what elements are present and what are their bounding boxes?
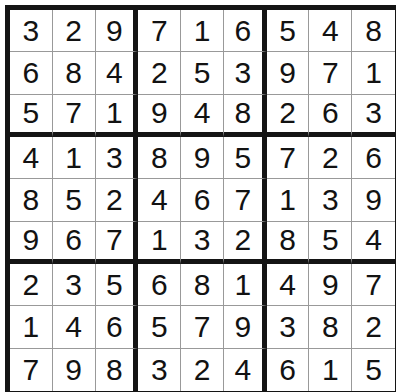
cell-r6c4[interactable]: 1 [138, 222, 181, 264]
cell-r9c4[interactable]: 3 [138, 349, 181, 391]
cell-r5c1[interactable]: 8 [10, 179, 53, 221]
cell-r8c1[interactable]: 1 [10, 306, 53, 348]
cell-r9c9[interactable]: 5 [352, 349, 395, 391]
cell-r3c9[interactable]: 3 [352, 95, 395, 137]
cell-r9c6[interactable]: 4 [224, 349, 267, 391]
cell-r1c9[interactable]: 8 [352, 10, 395, 52]
cell-r3c2[interactable]: 7 [53, 95, 96, 137]
cell-r5c5[interactable]: 6 [181, 179, 224, 221]
cell-r7c8[interactable]: 9 [309, 264, 352, 306]
cell-r8c4[interactable]: 5 [138, 306, 181, 348]
cell-r3c5[interactable]: 4 [181, 95, 224, 137]
cell-r7c1[interactable]: 2 [10, 264, 53, 306]
cell-r5c7[interactable]: 1 [267, 179, 310, 221]
cell-r2c7[interactable]: 9 [267, 52, 310, 94]
cell-r4c6[interactable]: 5 [224, 137, 267, 179]
cell-r4c3[interactable]: 3 [96, 137, 139, 179]
cell-r5c4[interactable]: 4 [138, 179, 181, 221]
cell-r7c3[interactable]: 5 [96, 264, 139, 306]
cell-r1c4[interactable]: 7 [138, 10, 181, 52]
cell-r8c6[interactable]: 9 [224, 306, 267, 348]
cell-r8c3[interactable]: 6 [96, 306, 139, 348]
cell-r6c5[interactable]: 3 [181, 222, 224, 264]
cell-r8c2[interactable]: 4 [53, 306, 96, 348]
cell-r6c2[interactable]: 6 [53, 222, 96, 264]
cell-r7c6[interactable]: 1 [224, 264, 267, 306]
cell-r1c5[interactable]: 1 [181, 10, 224, 52]
cell-r6c8[interactable]: 5 [309, 222, 352, 264]
cell-r3c4[interactable]: 9 [138, 95, 181, 137]
cell-r3c6[interactable]: 8 [224, 95, 267, 137]
cell-r9c8[interactable]: 1 [309, 349, 352, 391]
cell-r2c6[interactable]: 3 [224, 52, 267, 94]
cell-r6c9[interactable]: 4 [352, 222, 395, 264]
cell-r9c1[interactable]: 7 [10, 349, 53, 391]
cell-r9c7[interactable]: 6 [267, 349, 310, 391]
page: 3297165486842539715719482634138957268524… [0, 0, 396, 392]
cell-r8c7[interactable]: 3 [267, 306, 310, 348]
cell-r6c1[interactable]: 9 [10, 222, 53, 264]
cell-r4c2[interactable]: 1 [53, 137, 96, 179]
cell-r2c5[interactable]: 5 [181, 52, 224, 94]
cell-r6c7[interactable]: 8 [267, 222, 310, 264]
cell-r6c3[interactable]: 7 [96, 222, 139, 264]
cell-r9c2[interactable]: 9 [53, 349, 96, 391]
cell-r1c2[interactable]: 2 [53, 10, 96, 52]
cell-r9c5[interactable]: 2 [181, 349, 224, 391]
cell-r4c1[interactable]: 4 [10, 137, 53, 179]
cell-r8c8[interactable]: 8 [309, 306, 352, 348]
cell-r4c5[interactable]: 9 [181, 137, 224, 179]
cell-r5c2[interactable]: 5 [53, 179, 96, 221]
cell-r2c9[interactable]: 1 [352, 52, 395, 94]
cell-r1c3[interactable]: 9 [96, 10, 139, 52]
cell-r1c7[interactable]: 5 [267, 10, 310, 52]
cell-r3c1[interactable]: 5 [10, 95, 53, 137]
cell-r5c9[interactable]: 9 [352, 179, 395, 221]
cell-r4c7[interactable]: 7 [267, 137, 310, 179]
sudoku-board: 3297165486842539715719482634138957268524… [5, 5, 396, 392]
cell-r6c6[interactable]: 2 [224, 222, 267, 264]
cell-r1c6[interactable]: 6 [224, 10, 267, 52]
cell-r1c1[interactable]: 3 [10, 10, 53, 52]
cell-r3c7[interactable]: 2 [267, 95, 310, 137]
cell-r5c6[interactable]: 7 [224, 179, 267, 221]
cell-r2c8[interactable]: 7 [309, 52, 352, 94]
cell-r8c9[interactable]: 2 [352, 306, 395, 348]
cell-r2c1[interactable]: 6 [10, 52, 53, 94]
cell-r7c9[interactable]: 7 [352, 264, 395, 306]
cell-r4c9[interactable]: 6 [352, 137, 395, 179]
cell-r1c8[interactable]: 4 [309, 10, 352, 52]
cell-r5c3[interactable]: 2 [96, 179, 139, 221]
cell-r7c2[interactable]: 3 [53, 264, 96, 306]
cell-r3c8[interactable]: 6 [309, 95, 352, 137]
cell-r7c7[interactable]: 4 [267, 264, 310, 306]
cell-r5c8[interactable]: 3 [309, 179, 352, 221]
cell-r2c3[interactable]: 4 [96, 52, 139, 94]
cell-r4c4[interactable]: 8 [138, 137, 181, 179]
cell-r7c4[interactable]: 6 [138, 264, 181, 306]
cell-r4c8[interactable]: 2 [309, 137, 352, 179]
cell-r7c5[interactable]: 8 [181, 264, 224, 306]
cell-r9c3[interactable]: 8 [96, 349, 139, 391]
cell-r8c5[interactable]: 7 [181, 306, 224, 348]
cell-r3c3[interactable]: 1 [96, 95, 139, 137]
cell-r2c4[interactable]: 2 [138, 52, 181, 94]
cell-r2c2[interactable]: 8 [53, 52, 96, 94]
